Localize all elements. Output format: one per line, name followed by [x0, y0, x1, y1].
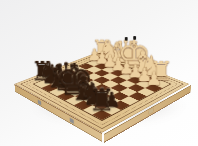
hinge-icon — [38, 100, 42, 106]
hinge-icon — [70, 118, 74, 124]
finial-tip — [124, 37, 127, 41]
latch-icon — [149, 108, 153, 114]
chess-set-photo: ♜♟♟♜♞♟♟♞♝♟♟♝♛♟♟♛♚♟♟♚♝♟♟♝♞♟♟♞♜♟♟♜ — [0, 0, 198, 146]
finial-tip — [133, 36, 136, 40]
